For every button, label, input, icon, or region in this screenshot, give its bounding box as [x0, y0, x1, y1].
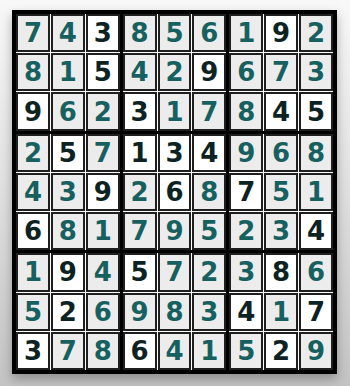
cell-r9c4-given[interactable]: 6: [123, 332, 157, 370]
cell-r2c4-filled[interactable]: 4: [123, 53, 157, 91]
cell-r7c9-filled[interactable]: 6: [299, 253, 333, 291]
cell-r1c1-filled[interactable]: 7: [16, 14, 50, 52]
cell-r8c8-filled[interactable]: 1: [264, 293, 298, 331]
cell-r2c9-filled[interactable]: 3: [299, 53, 333, 91]
cell-r3c9-given[interactable]: 5: [299, 92, 333, 130]
cell-r3c1-given[interactable]: 9: [16, 92, 50, 130]
sudoku-box-3: 192673845: [229, 14, 333, 131]
cell-r8c3-filled[interactable]: 6: [86, 293, 120, 331]
cell-r1c8-given[interactable]: 9: [264, 14, 298, 52]
cell-r6c8-filled[interactable]: 3: [264, 212, 298, 250]
cell-r2c1-filled[interactable]: 8: [16, 53, 50, 91]
cell-r7c2-given[interactable]: 9: [51, 253, 85, 291]
cell-r5c2-filled[interactable]: 3: [51, 173, 85, 211]
cell-r9c1-given[interactable]: 3: [16, 332, 50, 370]
cell-r6c7-filled[interactable]: 2: [229, 212, 263, 250]
sudoku-box-7: 194526378: [16, 253, 120, 370]
cell-r3c8-given[interactable]: 4: [264, 92, 298, 130]
cell-r5c1-filled[interactable]: 4: [16, 173, 50, 211]
cell-r4c4-given[interactable]: 1: [123, 134, 157, 172]
sudoku-box-2: 856429317: [123, 14, 227, 131]
cell-r1c6-filled[interactable]: 6: [192, 14, 226, 52]
cell-r4c6-given[interactable]: 4: [192, 134, 226, 172]
cell-r2c3-given[interactable]: 5: [86, 53, 120, 91]
cell-r2c5-filled[interactable]: 2: [158, 53, 192, 91]
cell-r5c8-filled[interactable]: 5: [264, 173, 298, 211]
cell-r2c6-given[interactable]: 9: [192, 53, 226, 91]
sudoku-box-4: 257439681: [16, 134, 120, 251]
sudoku-box-6: 968751234: [229, 134, 333, 251]
cell-r4c1-filled[interactable]: 2: [16, 134, 50, 172]
cell-r3c2-filled[interactable]: 6: [51, 92, 85, 130]
cell-r1c3-given[interactable]: 3: [86, 14, 120, 52]
cell-r5c3-given[interactable]: 9: [86, 173, 120, 211]
cell-r4c5-given[interactable]: 3: [158, 134, 192, 172]
cell-r1c5-filled[interactable]: 5: [158, 14, 192, 52]
cell-r3c3-filled[interactable]: 2: [86, 92, 120, 130]
cell-r7c8-given[interactable]: 8: [264, 253, 298, 291]
cell-r4c9-filled[interactable]: 8: [299, 134, 333, 172]
cell-r7c7-filled[interactable]: 3: [229, 253, 263, 291]
cell-r6c1-given[interactable]: 6: [16, 212, 50, 250]
cell-r1c9-filled[interactable]: 2: [299, 14, 333, 52]
cell-r8c7-given[interactable]: 4: [229, 293, 263, 331]
cell-r7c1-filled[interactable]: 1: [16, 253, 50, 291]
cell-r6c2-filled[interactable]: 8: [51, 212, 85, 250]
cell-r1c4-filled[interactable]: 8: [123, 14, 157, 52]
cell-r1c2-filled[interactable]: 4: [51, 14, 85, 52]
cell-r4c2-given[interactable]: 5: [51, 134, 85, 172]
cell-r7c6-filled[interactable]: 2: [192, 253, 226, 291]
cell-r3c5-filled[interactable]: 1: [158, 92, 192, 130]
sudoku-box-8: 572983641: [123, 253, 227, 370]
cell-r6c4-filled[interactable]: 7: [123, 212, 157, 250]
cell-r3c7-filled[interactable]: 8: [229, 92, 263, 130]
sudoku-board: 7438159628564293171926738452574396811342…: [12, 10, 337, 374]
cell-r6c9-given[interactable]: 4: [299, 212, 333, 250]
cell-r8c9-given[interactable]: 7: [299, 293, 333, 331]
cell-r7c5-filled[interactable]: 7: [158, 253, 192, 291]
cell-r6c5-filled[interactable]: 9: [158, 212, 192, 250]
cell-r8c1-filled[interactable]: 5: [16, 293, 50, 331]
cell-r2c2-filled[interactable]: 1: [51, 53, 85, 91]
cell-r9c5-filled[interactable]: 4: [158, 332, 192, 370]
cell-r9c9-filled[interactable]: 9: [299, 332, 333, 370]
cell-r3c4-given[interactable]: 3: [123, 92, 157, 130]
cell-r5c7-given[interactable]: 7: [229, 173, 263, 211]
cell-r5c6-filled[interactable]: 8: [192, 173, 226, 211]
sudoku-box-5: 134268795: [123, 134, 227, 251]
cell-r9c8-given[interactable]: 2: [264, 332, 298, 370]
cell-r8c4-filled[interactable]: 9: [123, 293, 157, 331]
cell-r3c6-filled[interactable]: 7: [192, 92, 226, 130]
cell-r7c3-filled[interactable]: 4: [86, 253, 120, 291]
cell-r5c4-filled[interactable]: 2: [123, 173, 157, 211]
cell-r4c7-filled[interactable]: 9: [229, 134, 263, 172]
cell-r2c7-filled[interactable]: 6: [229, 53, 263, 91]
cell-r5c5-given[interactable]: 6: [158, 173, 192, 211]
cell-r9c2-filled[interactable]: 7: [51, 332, 85, 370]
cell-r8c6-filled[interactable]: 3: [192, 293, 226, 331]
sudoku-box-1: 743815962: [16, 14, 120, 131]
cell-r9c3-filled[interactable]: 8: [86, 332, 120, 370]
cell-r6c3-filled[interactable]: 1: [86, 212, 120, 250]
cell-r9c6-filled[interactable]: 1: [192, 332, 226, 370]
sudoku-box-9: 386417529: [229, 253, 333, 370]
cell-r1c7-filled[interactable]: 1: [229, 14, 263, 52]
cell-r9c7-filled[interactable]: 5: [229, 332, 263, 370]
cell-r4c8-filled[interactable]: 6: [264, 134, 298, 172]
cell-r4c3-filled[interactable]: 7: [86, 134, 120, 172]
cell-r8c2-given[interactable]: 2: [51, 293, 85, 331]
cell-r6c6-filled[interactable]: 5: [192, 212, 226, 250]
cell-r2c8-filled[interactable]: 7: [264, 53, 298, 91]
cell-r8c5-filled[interactable]: 8: [158, 293, 192, 331]
cell-r5c9-filled[interactable]: 1: [299, 173, 333, 211]
cell-r7c4-given[interactable]: 5: [123, 253, 157, 291]
